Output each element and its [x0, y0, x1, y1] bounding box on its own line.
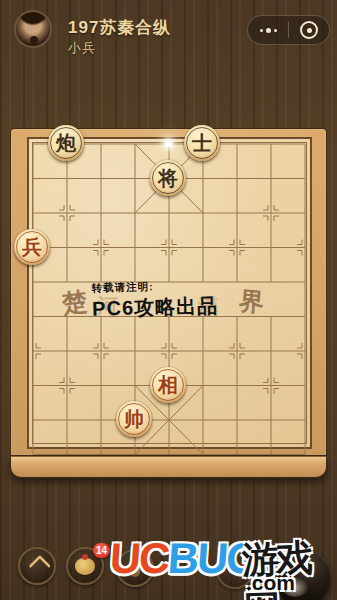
piece-black-cannon[interactable]: 炮	[48, 125, 84, 161]
collapse-button[interactable]	[18, 547, 56, 585]
exit-button[interactable]	[289, 16, 329, 44]
exit-icon	[300, 21, 318, 39]
bottle-icon	[130, 559, 140, 577]
chevron-up-icon	[29, 555, 52, 578]
piece-ring	[152, 369, 184, 401]
wechat-capsule	[247, 15, 330, 45]
player-rank: 小兵	[68, 39, 96, 57]
piece-ring	[118, 403, 150, 435]
last-move-dot	[165, 140, 172, 147]
piece-black-general[interactable]: 将	[150, 160, 186, 196]
avatar-hair	[16, 10, 50, 26]
brocade-bag-icon	[75, 558, 95, 575]
hint-count-badge: 14	[93, 543, 110, 558]
piece-ring	[186, 127, 218, 159]
piece-red-elephant[interactable]: 相	[150, 367, 186, 403]
extra-count-badge: 2	[242, 556, 258, 571]
avatar-beard	[30, 36, 38, 44]
piece-black-advisor[interactable]: 士	[184, 125, 220, 161]
level-title: 197苏秦合纵	[68, 16, 171, 39]
pc6-watermark: 转载请注明: PC6攻略出品	[91, 278, 218, 322]
piece-ring	[50, 127, 82, 159]
player-avatar[interactable]	[14, 10, 52, 48]
piece-ring	[152, 162, 184, 194]
more-button[interactable]	[248, 16, 288, 44]
more-icon	[260, 28, 277, 33]
piece-ring	[16, 231, 48, 263]
item-button[interactable]	[116, 549, 154, 587]
pc6-watermark-brand: PC6攻略出品	[92, 292, 219, 322]
sphere-highlight	[282, 577, 308, 597]
piece-red-general[interactable]: 帅	[116, 401, 152, 437]
menu-sphere-button[interactable]	[274, 549, 331, 600]
piece-red-soldier[interactable]: 兵	[14, 229, 50, 265]
